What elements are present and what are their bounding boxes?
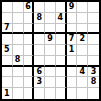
cell-r7c6[interactable]	[56, 67, 67, 78]
cell-r3c8[interactable]	[77, 24, 88, 35]
cell-r6c5[interactable]	[45, 56, 56, 67]
cell-r1c8[interactable]	[77, 2, 88, 13]
cell-r6c4[interactable]	[34, 56, 45, 67]
cell-r5c6[interactable]	[56, 45, 67, 56]
cell-r6c3[interactable]	[24, 56, 35, 67]
cell-r6c8[interactable]	[77, 56, 88, 67]
cell-r8c3[interactable]	[24, 77, 35, 88]
cell-r9c2[interactable]	[13, 88, 24, 99]
cell-r1c2[interactable]	[13, 2, 24, 13]
cell-r6c7[interactable]	[67, 56, 78, 67]
cell-r8c6[interactable]	[56, 77, 67, 88]
cell-r8c5[interactable]	[45, 77, 56, 88]
cell-r8c1[interactable]	[2, 77, 13, 88]
cell-r4c4[interactable]	[34, 34, 45, 45]
cell-r5c5[interactable]	[45, 45, 56, 56]
cell-r2c7[interactable]	[67, 13, 78, 24]
cell-r2c5[interactable]	[45, 13, 56, 24]
cell-r7c3[interactable]	[24, 67, 35, 78]
cell-r3c3[interactable]	[24, 24, 35, 35]
cell-r7c7[interactable]	[67, 67, 78, 78]
cell-r1c9[interactable]	[88, 2, 99, 13]
cell-r2c8[interactable]	[77, 13, 88, 24]
cell-r2c4: 8	[34, 13, 45, 24]
cell-r2c3[interactable]	[24, 13, 35, 24]
cell-r4c3[interactable]	[24, 34, 35, 45]
cell-r8c8[interactable]	[77, 77, 88, 88]
cell-r3c4[interactable]	[34, 24, 45, 35]
cell-r1c1[interactable]	[2, 2, 13, 13]
cell-r5c8[interactable]	[77, 45, 88, 56]
cell-r8c2[interactable]	[13, 77, 24, 88]
cell-r2c6: 4	[56, 13, 67, 24]
cell-r7c4: 6	[34, 67, 45, 78]
cell-r4c8: 2	[77, 34, 88, 45]
cell-r6c2: 8	[13, 56, 24, 67]
cell-r8c9: 8	[88, 77, 99, 88]
cell-r2c9[interactable]	[88, 13, 99, 24]
cell-r9c8[interactable]	[77, 88, 88, 99]
cell-r7c8: 4	[77, 67, 88, 78]
cell-r3c6[interactable]	[56, 24, 67, 35]
cell-r2c2[interactable]	[13, 13, 24, 24]
cell-r4c9[interactable]	[88, 34, 99, 45]
cell-r5c3[interactable]	[24, 45, 35, 56]
cell-r3c5[interactable]	[45, 24, 56, 35]
cell-r5c1: 5	[2, 45, 13, 56]
sudoku-board: 69847972518643381	[0, 0, 101, 101]
cell-r3c9[interactable]	[88, 24, 99, 35]
cell-r3c1: 7	[2, 24, 13, 35]
cell-r5c2[interactable]	[13, 45, 24, 56]
cell-r8c4: 3	[34, 77, 45, 88]
cell-r1c3: 6	[24, 2, 35, 13]
cell-r7c9: 3	[88, 67, 99, 78]
cell-r3c7[interactable]	[67, 24, 78, 35]
cell-r1c6[interactable]	[56, 2, 67, 13]
cell-r9c9[interactable]	[88, 88, 99, 99]
cell-r6c1[interactable]	[2, 56, 13, 67]
cell-r6c6[interactable]	[56, 56, 67, 67]
cell-r1c5[interactable]	[45, 2, 56, 13]
cell-r2c1[interactable]	[2, 13, 13, 24]
cell-r4c5: 9	[45, 34, 56, 45]
cell-r1c4[interactable]	[34, 2, 45, 13]
cell-r9c1: 1	[2, 88, 13, 99]
cell-r4c1[interactable]	[2, 34, 13, 45]
cell-r5c9[interactable]	[88, 45, 99, 56]
cell-r9c6[interactable]	[56, 88, 67, 99]
cell-r4c2[interactable]	[13, 34, 24, 45]
cell-r7c1[interactable]	[2, 67, 13, 78]
cell-r4c6[interactable]	[56, 34, 67, 45]
cell-r9c7[interactable]	[67, 88, 78, 99]
cell-r3c2[interactable]	[13, 24, 24, 35]
cell-r7c2[interactable]	[13, 67, 24, 78]
cell-r1c7: 9	[67, 2, 78, 13]
cell-r4c7: 7	[67, 34, 78, 45]
cell-r5c7: 1	[67, 45, 78, 56]
cell-r9c4[interactable]	[34, 88, 45, 99]
cell-r9c5[interactable]	[45, 88, 56, 99]
cell-r8c7[interactable]	[67, 77, 78, 88]
cell-r9c3[interactable]	[24, 88, 35, 99]
cell-r7c5[interactable]	[45, 67, 56, 78]
cell-r5c4[interactable]	[34, 45, 45, 56]
cell-r6c9[interactable]	[88, 56, 99, 67]
